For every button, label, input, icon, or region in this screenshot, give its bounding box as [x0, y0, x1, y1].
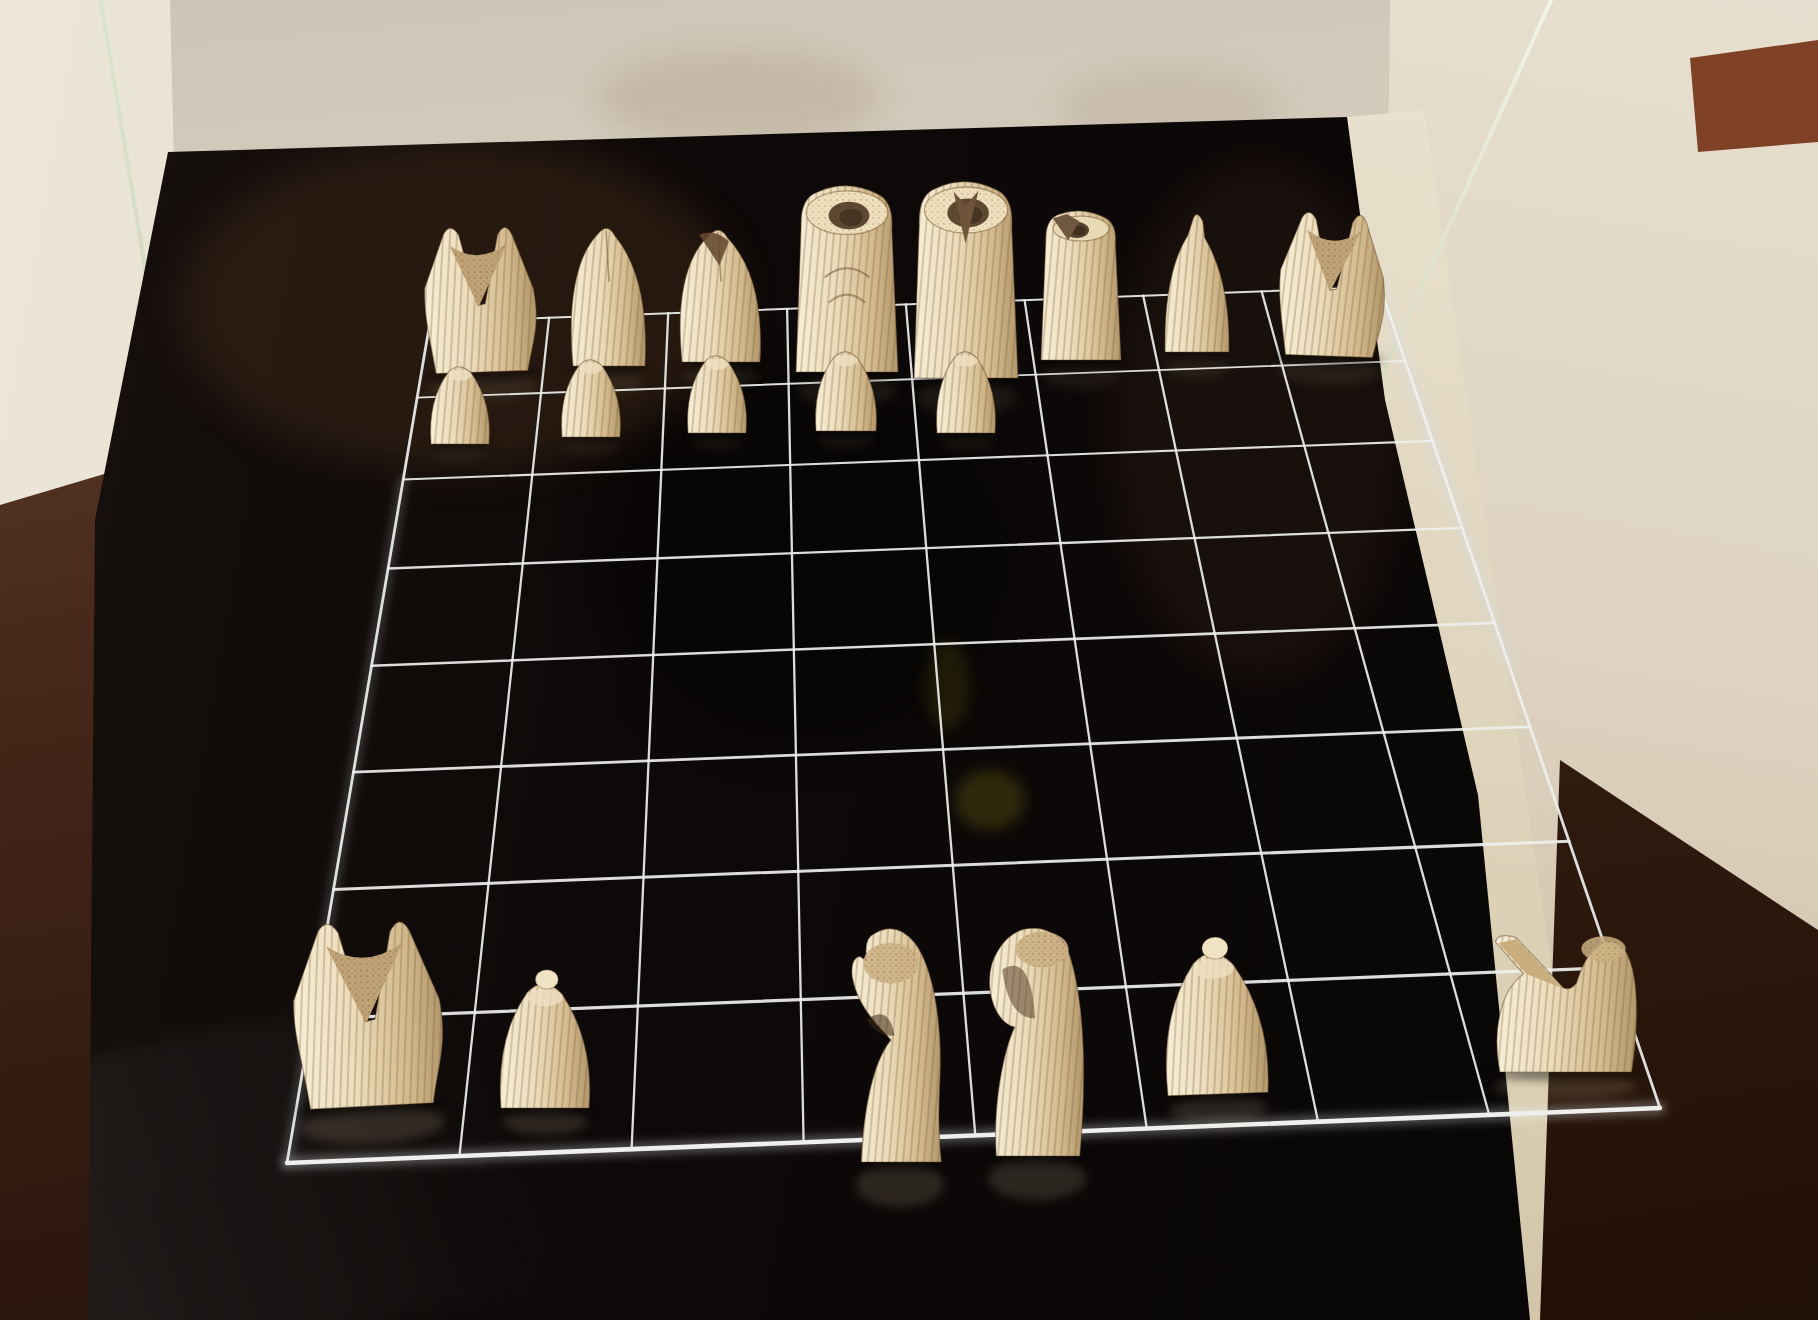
piece-north-knight-g8 [1164, 215, 1231, 380]
grid-line [787, 309, 804, 1143]
pieces [284, 182, 1642, 1208]
piece-south-bishop-f1 [1161, 935, 1271, 1126]
piece-part-pawn [579, 363, 602, 374]
piece-north-bishop-f8 [1039, 211, 1122, 389]
piece-part-pawn [705, 359, 728, 370]
piece-part-queen [1016, 932, 1069, 968]
piece-south-knight-b1 [499, 970, 591, 1135]
piece-part-pawn [954, 355, 977, 367]
piece-part-knight [535, 970, 558, 989]
piece-part-bishop [1202, 937, 1229, 960]
board-grid-and-pieces [0, 0, 1818, 1320]
piece-part-king [863, 943, 918, 984]
piece-part-rook [1581, 936, 1625, 961]
piece-part-pawn [834, 355, 858, 366]
museum-display-photo [0, 0, 1818, 1320]
piece-part-bishop [571, 228, 645, 366]
piece-part-knight [527, 988, 562, 1006]
piece-part-knight [1165, 215, 1229, 352]
grid-line [632, 313, 669, 1149]
piece-south-rook-h1 [1488, 936, 1642, 1100]
piece-south-rook-a1 [284, 918, 451, 1147]
piece-north-rook-h8 [1273, 211, 1389, 387]
piece-part-king [839, 209, 862, 226]
grid-line [1262, 291, 1490, 1114]
piece-south-queen-e1 [984, 928, 1090, 1200]
piece-south-king-d1 [852, 929, 948, 1208]
piece-part-pawn [448, 370, 471, 381]
piece-north-rook-a8 [419, 225, 541, 403]
